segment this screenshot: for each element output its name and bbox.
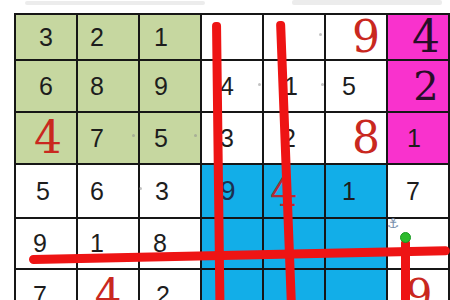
cell-r5c3[interactable]: 8 xyxy=(140,219,202,270)
digit: 7 xyxy=(90,126,104,151)
cell-r2c4[interactable]: 4 xyxy=(202,61,264,113)
digit: 9 xyxy=(154,74,168,99)
cell-r1c7[interactable]: 4 xyxy=(388,15,450,61)
artifact-dot xyxy=(321,83,324,86)
cell-r4c7[interactable]: 7 xyxy=(388,165,450,219)
digit: 4 xyxy=(220,74,234,99)
digit: 8 xyxy=(90,74,104,99)
digit: 8 xyxy=(352,116,380,160)
cell-r2c2[interactable]: 8 xyxy=(78,61,140,113)
digit: 2 xyxy=(413,66,438,106)
cell-r1c2[interactable]: 2 xyxy=(78,15,140,61)
cell-r4c2[interactable]: 6 xyxy=(78,165,140,219)
cell-r2c3[interactable]: 9 xyxy=(140,61,202,113)
cell-r2c1[interactable]: 6 xyxy=(16,61,78,113)
digit: 1 xyxy=(90,231,104,256)
line-endpoint-handle[interactable] xyxy=(400,232,411,243)
cell-r2c5[interactable]: 1 xyxy=(264,61,326,113)
cell-r6c3[interactable]: 2 xyxy=(140,270,202,300)
artifact-dot xyxy=(319,33,322,36)
scan-smudge xyxy=(292,0,442,5)
cell-r3c6[interactable]: 8 xyxy=(326,113,388,165)
cell-r5c5[interactable] xyxy=(264,219,326,270)
cell-r1c1[interactable]: 3 xyxy=(16,15,78,61)
cell-r3c1[interactable]: 4 xyxy=(16,113,78,165)
digit: 2 xyxy=(90,25,104,50)
cell-r6c6[interactable] xyxy=(326,270,388,300)
digit: 6 xyxy=(39,74,53,99)
artifact-dot xyxy=(258,83,261,86)
cell-r6c2[interactable]: 4 xyxy=(78,270,140,300)
cell-r6c7[interactable]: 9 xyxy=(388,270,450,300)
cell-r4c5[interactable]: 4 xyxy=(264,165,326,219)
object-anchor-icon: ⚓ xyxy=(387,216,400,230)
cell-r3c5[interactable]: 2 xyxy=(264,113,326,165)
cell-r4c3[interactable]: 3 xyxy=(140,165,202,219)
digit: 4 xyxy=(412,15,440,59)
cell-r3c3[interactable]: 5 xyxy=(140,113,202,165)
digit: 3 xyxy=(39,25,53,50)
cell-r2c7[interactable]: 2 xyxy=(388,61,450,113)
scan-smudge xyxy=(25,1,205,5)
artifact-dot xyxy=(194,134,197,137)
cell-r6c1[interactable]: 7 xyxy=(16,270,78,300)
cell-r2c6[interactable]: 5 xyxy=(326,61,388,113)
sudoku-screenshot: 321946894152475328156394179187429 ⚓ xyxy=(0,0,450,300)
digit: 1 xyxy=(342,179,356,204)
cell-r4c4[interactable]: 9 xyxy=(202,165,264,219)
digit: 5 xyxy=(154,126,168,151)
digit: 9 xyxy=(33,231,47,256)
digit: 1 xyxy=(407,126,421,151)
digit: 4 xyxy=(95,274,122,300)
cell-r3c4[interactable]: 3 xyxy=(202,113,264,165)
cell-r5c4[interactable] xyxy=(202,219,264,270)
digit: 2 xyxy=(156,283,170,300)
cell-r1c3[interactable]: 1 xyxy=(140,15,202,61)
digit: 5 xyxy=(36,179,50,204)
artifact-dot xyxy=(139,187,142,190)
red-vertical-line-right[interactable] xyxy=(401,240,410,300)
cell-r6c4[interactable] xyxy=(202,270,264,300)
digit: 6 xyxy=(90,179,104,204)
cell-r4c6[interactable]: 1 xyxy=(326,165,388,219)
cell-r4c1[interactable]: 5 xyxy=(16,165,78,219)
cell-r1c5[interactable] xyxy=(264,15,326,61)
cell-r5c6[interactable] xyxy=(326,219,388,270)
digit: 5 xyxy=(342,74,356,99)
cell-r3c7[interactable]: 1 xyxy=(388,113,450,165)
artifact-dot xyxy=(132,134,135,137)
cell-r1c6[interactable]: 9 xyxy=(326,15,388,61)
digit: 7 xyxy=(406,179,420,204)
cell-r3c2[interactable]: 7 xyxy=(78,113,140,165)
digit: 3 xyxy=(155,179,169,204)
digit: 9 xyxy=(352,15,380,59)
digit: 1 xyxy=(154,25,168,50)
digit: 7 xyxy=(33,283,47,300)
digit: 4 xyxy=(34,116,62,160)
